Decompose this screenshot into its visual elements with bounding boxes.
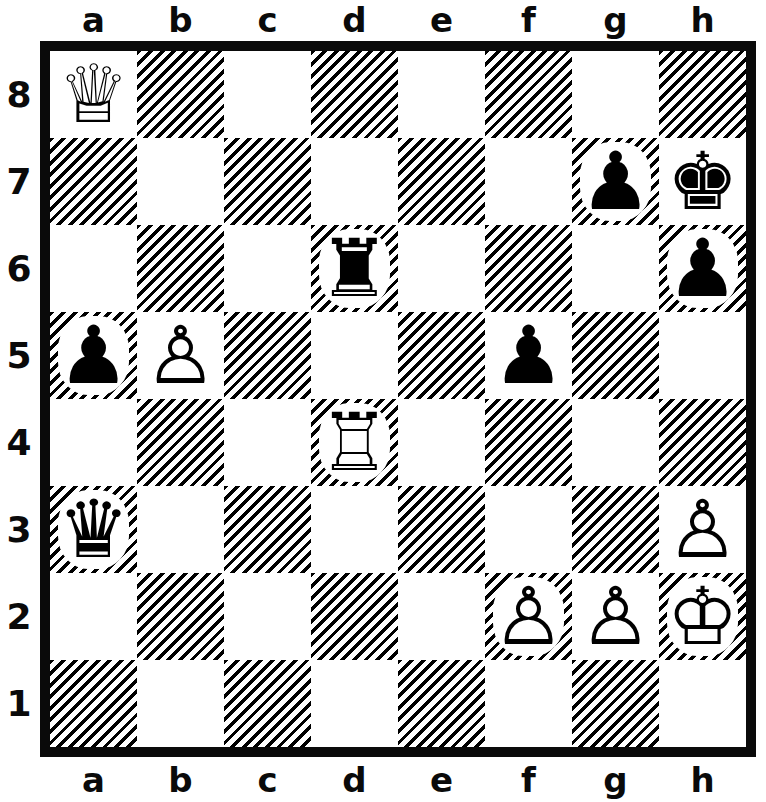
file-label-top-c: c [224, 0, 311, 40]
square-d8[interactable] [311, 51, 398, 138]
square-d7[interactable] [311, 138, 398, 225]
rank-label-6: 6 [0, 225, 38, 312]
square-h3[interactable]: ♙ [659, 486, 746, 573]
square-f3[interactable] [485, 486, 572, 573]
black-pawn-h6[interactable]: ♟ [659, 225, 746, 312]
square-c6[interactable] [224, 225, 311, 312]
square-b3[interactable] [137, 486, 224, 573]
square-g3[interactable] [572, 486, 659, 573]
square-g7[interactable]: ♟ [572, 138, 659, 225]
square-g6[interactable] [572, 225, 659, 312]
white-pawn-f2[interactable]: ♙ [485, 573, 572, 660]
white-pawn-b5[interactable]: ♙ [137, 312, 224, 399]
square-e4[interactable] [398, 399, 485, 486]
file-label-top-e: e [398, 0, 485, 40]
black-pawn-f5[interactable]: ♟ [485, 312, 572, 399]
black-king-h7[interactable]: ♚ [659, 138, 746, 225]
black-pawn-a5[interactable]: ♟ [50, 312, 137, 399]
square-c8[interactable] [224, 51, 311, 138]
square-d3[interactable] [311, 486, 398, 573]
chess-board: ♕♟♚♜♟♟♙♟♖♛♙♙♙♔ [40, 41, 756, 757]
square-a8[interactable]: ♕ [50, 51, 137, 138]
white-queen-a8[interactable]: ♕ [50, 51, 137, 138]
white-pawn-h3[interactable]: ♙ [659, 486, 746, 573]
chess-diagram-page: abcdefgh 87654321 ♕♟♚♜♟♟♙♟♖♛♙♙♙♔ abcdefg… [0, 0, 766, 802]
square-b6[interactable] [137, 225, 224, 312]
square-e1[interactable] [398, 660, 485, 747]
file-label-bottom-a: a [50, 758, 137, 802]
square-h4[interactable] [659, 399, 746, 486]
square-a7[interactable] [50, 138, 137, 225]
square-g5[interactable] [572, 312, 659, 399]
square-g1[interactable] [572, 660, 659, 747]
square-a5[interactable]: ♟ [50, 312, 137, 399]
file-labels-bottom: abcdefgh [50, 758, 746, 802]
square-e2[interactable] [398, 573, 485, 660]
square-c3[interactable] [224, 486, 311, 573]
file-labels-top: abcdefgh [50, 0, 746, 40]
square-h8[interactable] [659, 51, 746, 138]
square-a2[interactable] [50, 573, 137, 660]
square-h6[interactable]: ♟ [659, 225, 746, 312]
square-d5[interactable] [311, 312, 398, 399]
square-e7[interactable] [398, 138, 485, 225]
square-c4[interactable] [224, 399, 311, 486]
square-g4[interactable] [572, 399, 659, 486]
square-b7[interactable] [137, 138, 224, 225]
rank-labels-left: 87654321 [0, 51, 38, 747]
file-label-top-b: b [137, 0, 224, 40]
square-b1[interactable] [137, 660, 224, 747]
square-c1[interactable] [224, 660, 311, 747]
square-a4[interactable] [50, 399, 137, 486]
square-c7[interactable] [224, 138, 311, 225]
file-label-bottom-e: e [398, 758, 485, 802]
square-c5[interactable] [224, 312, 311, 399]
square-e8[interactable] [398, 51, 485, 138]
square-g8[interactable] [572, 51, 659, 138]
square-c2[interactable] [224, 573, 311, 660]
square-e6[interactable] [398, 225, 485, 312]
rank-label-3: 3 [0, 486, 38, 573]
file-label-top-g: g [572, 0, 659, 40]
square-g2[interactable]: ♙ [572, 573, 659, 660]
square-f4[interactable] [485, 399, 572, 486]
file-label-top-a: a [50, 0, 137, 40]
black-pawn-g7[interactable]: ♟ [572, 138, 659, 225]
square-d4[interactable]: ♖ [311, 399, 398, 486]
file-label-bottom-g: g [572, 758, 659, 802]
rank-label-8: 8 [0, 51, 38, 138]
square-f7[interactable] [485, 138, 572, 225]
square-d6[interactable]: ♜ [311, 225, 398, 312]
white-king-h2[interactable]: ♔ [659, 573, 746, 660]
square-a6[interactable] [50, 225, 137, 312]
file-label-bottom-c: c [224, 758, 311, 802]
file-label-bottom-d: d [311, 758, 398, 802]
square-f6[interactable] [485, 225, 572, 312]
square-f5[interactable]: ♟ [485, 312, 572, 399]
black-queen-a3[interactable]: ♛ [50, 486, 137, 573]
file-label-top-h: h [659, 0, 746, 40]
file-label-bottom-b: b [137, 758, 224, 802]
square-d2[interactable] [311, 573, 398, 660]
square-a1[interactable] [50, 660, 137, 747]
square-h1[interactable] [659, 660, 746, 747]
square-e3[interactable] [398, 486, 485, 573]
rank-label-4: 4 [0, 399, 38, 486]
file-label-bottom-f: f [485, 758, 572, 802]
square-b8[interactable] [137, 51, 224, 138]
black-rook-d6[interactable]: ♜ [311, 225, 398, 312]
square-b4[interactable] [137, 399, 224, 486]
rank-label-1: 1 [0, 660, 38, 747]
square-b2[interactable] [137, 573, 224, 660]
white-rook-d4[interactable]: ♖ [311, 399, 398, 486]
rank-label-2: 2 [0, 573, 38, 660]
rank-label-5: 5 [0, 312, 38, 399]
square-h2[interactable]: ♔ [659, 573, 746, 660]
square-a3[interactable]: ♛ [50, 486, 137, 573]
square-f8[interactable] [485, 51, 572, 138]
file-label-top-d: d [311, 0, 398, 40]
square-f1[interactable] [485, 660, 572, 747]
square-d1[interactable] [311, 660, 398, 747]
square-f2[interactable]: ♙ [485, 573, 572, 660]
white-pawn-g2[interactable]: ♙ [572, 573, 659, 660]
file-label-bottom-h: h [659, 758, 746, 802]
rank-label-7: 7 [0, 138, 38, 225]
file-label-top-f: f [485, 0, 572, 40]
square-h5[interactable] [659, 312, 746, 399]
square-e5[interactable] [398, 312, 485, 399]
square-b5[interactable]: ♙ [137, 312, 224, 399]
square-h7[interactable]: ♚ [659, 138, 746, 225]
